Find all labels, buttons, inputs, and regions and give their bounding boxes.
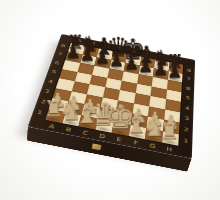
piece-black-pawn[interactable]: ♟ [158,63,191,80]
brass-clasp-icon [92,144,102,151]
board-squares: ♜♞♝♛♚♝♞♜♟♟♟♟♟♟♟♟♟♟♟♟♟♟♟♟♜♞♝♛♚♝♞♜ [45,43,183,146]
square-f5[interactable] [135,83,151,96]
board-photo-scene: ABCDEFGH ABCDEFGH 87654321 87654321 ♜♞♝♛… [0,0,220,200]
piece-white-rook[interactable]: ♜ [151,120,188,143]
square-h5[interactable] [166,89,182,102]
square-c6[interactable] [92,66,109,78]
square-c5[interactable] [90,75,107,87]
square-e5[interactable] [120,80,137,93]
square-h1[interactable]: ♜ [162,131,179,146]
